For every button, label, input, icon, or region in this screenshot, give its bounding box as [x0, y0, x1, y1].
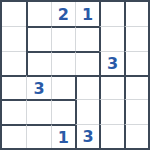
cell-r4c2[interactable]: 3: [26, 75, 50, 99]
given-digit: 2: [58, 7, 69, 23]
cell-r1c1[interactable]: [2, 2, 26, 26]
cell-r5c3[interactable]: [51, 99, 75, 123]
given-digit: 1: [58, 129, 69, 145]
cell-r2c4[interactable]: [75, 26, 99, 50]
cell-r5c2[interactable]: [26, 99, 50, 123]
cell-r4c4[interactable]: [75, 75, 99, 99]
cell-r5c4[interactable]: [75, 99, 99, 123]
cell-r2c5[interactable]: [99, 26, 123, 50]
cell-r3c3[interactable]: [51, 51, 75, 75]
cell-r3c5[interactable]: 3: [99, 51, 123, 75]
cell-r6c3[interactable]: 1: [51, 124, 75, 148]
cell-r6c6[interactable]: [124, 124, 148, 148]
cell-r1c6[interactable]: [124, 2, 148, 26]
cell-r2c6[interactable]: [124, 26, 148, 50]
cell-r6c2[interactable]: [26, 124, 50, 148]
cell-r1c4[interactable]: 1: [75, 2, 99, 26]
cell-r6c1[interactable]: [2, 124, 26, 148]
given-digit: 3: [33, 81, 44, 97]
cell-r6c5[interactable]: [99, 124, 123, 148]
given-digit: 1: [82, 7, 93, 23]
cell-r6c4[interactable]: 3: [75, 124, 99, 148]
cell-r5c6[interactable]: [124, 99, 148, 123]
cell-r2c2[interactable]: [26, 26, 50, 50]
cell-r4c1[interactable]: [2, 75, 26, 99]
cell-r3c4[interactable]: [75, 51, 99, 75]
cell-r1c2[interactable]: [26, 2, 50, 26]
cell-r2c1[interactable]: [2, 26, 26, 50]
cell-r1c5[interactable]: [99, 2, 123, 26]
given-digit: 3: [107, 56, 118, 72]
cell-r4c6[interactable]: [124, 75, 148, 99]
cell-r4c5[interactable]: [99, 75, 123, 99]
puzzle-board: 213313: [0, 0, 150, 150]
cell-r3c2[interactable]: [26, 51, 50, 75]
cell-r3c6[interactable]: [124, 51, 148, 75]
cell-r4c3[interactable]: [51, 75, 75, 99]
cell-r2c3[interactable]: [51, 26, 75, 50]
cell-r1c3[interactable]: 2: [51, 2, 75, 26]
cell-r5c1[interactable]: [2, 99, 26, 123]
given-digit: 3: [83, 129, 94, 145]
cell-r5c5[interactable]: [99, 99, 123, 123]
cell-r3c1[interactable]: [2, 51, 26, 75]
